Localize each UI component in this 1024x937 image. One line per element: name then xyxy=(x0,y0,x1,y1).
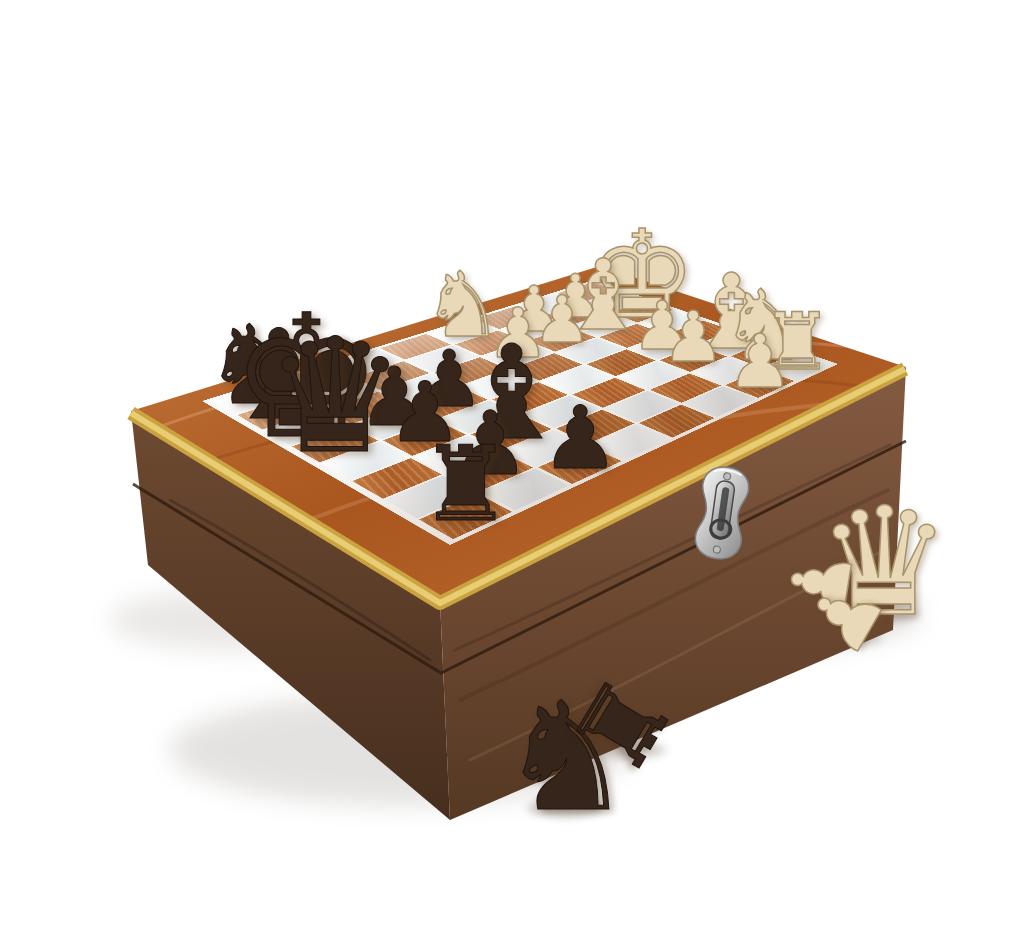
product-photo-scene: ♞♝♚♛♟♟♟♝♟♟♜♞♟♟♟♟♝♚♟♟♝♞♟♜♛♟♟♞♜ xyxy=(0,0,1024,937)
